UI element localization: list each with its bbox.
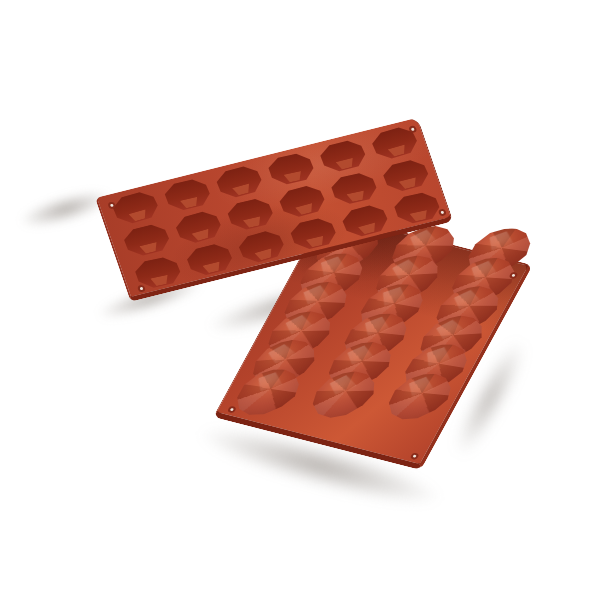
cavity-highlight <box>409 210 429 222</box>
cavity-highlight <box>191 229 211 242</box>
cavity-highlight <box>202 261 222 274</box>
cavity-highlight <box>336 158 356 171</box>
cavity-highlight <box>232 183 252 196</box>
cavity-highlight <box>129 209 149 222</box>
gem-cavity <box>390 189 444 227</box>
gem-cavity <box>212 162 267 202</box>
gem-cavity <box>338 201 393 241</box>
gem-cavity <box>264 150 318 188</box>
corner-hole <box>438 208 447 216</box>
cavity-highlight <box>306 236 326 248</box>
gem-cavity <box>108 188 163 228</box>
cavity-highlight <box>358 222 378 235</box>
cavity-highlight <box>139 242 159 255</box>
cavity-highlight <box>150 275 170 287</box>
cavity-highlight <box>399 177 419 190</box>
corner-hole <box>410 452 420 460</box>
gem-cavity <box>327 170 381 208</box>
cavity-highlight <box>284 171 304 183</box>
gem-cavity <box>171 207 226 247</box>
gem-cavity <box>316 137 371 176</box>
gem-cavity <box>119 221 174 260</box>
gem-cavity <box>223 195 277 233</box>
cavity-highlight <box>347 191 367 203</box>
gem-cavity <box>182 240 237 279</box>
cavity-highlight <box>243 216 263 228</box>
gem-cavity <box>160 176 214 214</box>
product-photo-stage <box>0 0 600 600</box>
cavity-highlight <box>295 203 315 216</box>
gem-cavity <box>286 215 340 253</box>
gem-cavity <box>234 227 289 267</box>
cavity-highlight <box>180 197 200 209</box>
cavity-highlight <box>388 145 408 158</box>
cavity-highlight <box>254 248 274 261</box>
gem-cavity <box>275 182 330 222</box>
corner-hole <box>137 284 146 292</box>
gem-cavity <box>379 156 434 195</box>
